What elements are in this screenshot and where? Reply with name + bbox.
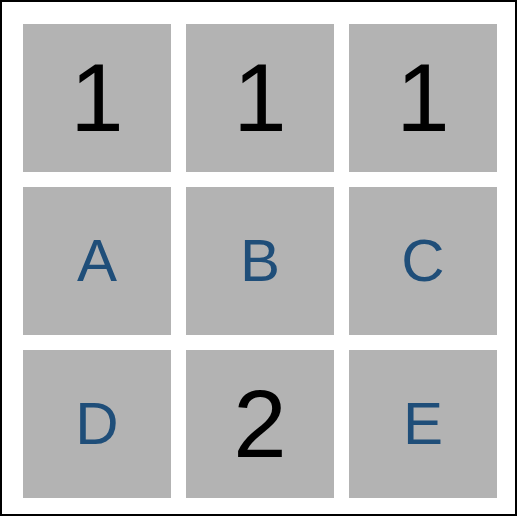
cell-r3c1[interactable]: D bbox=[23, 350, 171, 498]
minesweeper-board: 1 1 1 A B C D 2 E bbox=[23, 24, 497, 498]
cell-r1c1: 1 bbox=[23, 24, 171, 172]
cell-r3c2: 2 bbox=[186, 350, 334, 498]
cell-r3c3[interactable]: E bbox=[349, 350, 497, 498]
cell-r1c3: 1 bbox=[349, 24, 497, 172]
puzzle-page: 1 1 1 A B C D 2 E bbox=[0, 0, 517, 516]
cell-r2c3[interactable]: C bbox=[349, 187, 497, 335]
cell-r1c2: 1 bbox=[186, 24, 334, 172]
cell-r2c2[interactable]: B bbox=[186, 187, 334, 335]
cell-r2c1[interactable]: A bbox=[23, 187, 171, 335]
